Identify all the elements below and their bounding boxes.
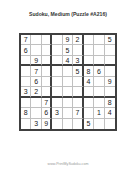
cell-r1c6: 2 (73, 35, 83, 45)
cell-r7c6 (73, 98, 83, 108)
cell-r8c6: 7 (73, 108, 83, 118)
cell-r9c5 (63, 119, 73, 129)
cell-r1c3 (42, 35, 52, 45)
cell-r9c4 (52, 119, 62, 129)
cell-r2c5: 5 (63, 45, 73, 55)
cell-r5c1 (21, 77, 31, 87)
cell-r8c7 (84, 108, 94, 118)
cell-r7c9: 8 (105, 98, 115, 108)
cell-r6c8 (94, 87, 104, 97)
cell-r5c9: 9 (105, 77, 115, 87)
cell-r9c3: 9 (42, 119, 52, 129)
cell-r1c4 (52, 35, 62, 45)
cell-r4c8: 6 (94, 66, 104, 76)
cell-r5c7: 4 (84, 77, 94, 87)
cell-r9c9 (105, 119, 115, 129)
cell-r7c7 (84, 98, 94, 108)
footer-url: www.PrintMySudoku.com (27, 162, 109, 166)
cell-r4c7: 8 (84, 66, 94, 76)
cell-r6c6 (73, 87, 83, 97)
cell-r1c8 (94, 35, 104, 45)
cell-r8c8: 1 (94, 108, 104, 118)
cell-r5c5 (63, 77, 73, 87)
cell-r4c9 (105, 66, 115, 76)
cell-r4c5 (63, 66, 73, 76)
cell-r4c2: 7 (31, 66, 41, 76)
cell-r4c6: 5 (73, 66, 83, 76)
cell-r7c2 (31, 98, 41, 108)
cell-r9c8 (94, 119, 104, 129)
cell-r3c6: 3 (73, 56, 83, 66)
cell-r8c2 (31, 108, 41, 118)
cell-r8c9: 4 (105, 108, 115, 118)
cell-r2c3 (42, 45, 52, 55)
cell-r1c7 (84, 35, 94, 45)
cell-r8c3: 6 (42, 108, 52, 118)
cell-r6c9 (105, 87, 115, 97)
cell-r9c6 (73, 119, 83, 129)
cell-r2c7 (84, 45, 94, 55)
cell-r9c7: 5 (84, 119, 94, 129)
cell-r3c2: 9 (31, 56, 41, 66)
cell-r3c8 (94, 56, 104, 66)
cell-r3c5: 4 (63, 56, 73, 66)
cell-r4c4 (52, 66, 62, 76)
cell-r7c3: 7 (42, 98, 52, 108)
sudoku-page: Sudoku, Medium (Puzzle #A216) 7925659437… (0, 0, 136, 176)
cell-r5c4 (52, 77, 62, 87)
cell-r2c2 (31, 45, 41, 55)
cell-r2c1: 6 (21, 45, 31, 55)
cell-r2c6 (73, 45, 83, 55)
cell-r6c3 (42, 87, 52, 97)
cell-r5c2: 6 (31, 77, 41, 87)
cell-r6c2: 2 (31, 87, 41, 97)
cell-r9c1 (21, 119, 31, 129)
cell-r7c4 (52, 98, 62, 108)
cell-r3c3 (42, 56, 52, 66)
cell-r3c7 (84, 56, 94, 66)
cell-r3c1 (21, 56, 31, 66)
cell-r6c4 (52, 87, 62, 97)
cell-r5c8 (94, 77, 104, 87)
cell-r1c5: 9 (63, 35, 73, 45)
sudoku-board: 79256594375866493278863714395 (19, 33, 117, 131)
cell-r6c5 (63, 87, 73, 97)
cell-r1c9: 5 (105, 35, 115, 45)
cell-r3c4 (52, 56, 62, 66)
cell-r4c3 (42, 66, 52, 76)
cell-r8c1: 8 (21, 108, 31, 118)
cell-r6c1: 3 (21, 87, 31, 97)
cell-r1c2 (31, 35, 41, 45)
cell-r1c1: 7 (21, 35, 31, 45)
cell-r8c4: 3 (52, 108, 62, 118)
cell-r4c1 (21, 66, 31, 76)
cell-r6c7 (84, 87, 94, 97)
cell-r2c8 (94, 45, 104, 55)
cell-r5c3 (42, 77, 52, 87)
cell-r7c1 (21, 98, 31, 108)
cell-r2c4 (52, 45, 62, 55)
cell-r8c5 (63, 108, 73, 118)
cell-r2c9 (105, 45, 115, 55)
cell-r7c5 (63, 98, 73, 108)
cell-r9c2: 3 (31, 119, 41, 129)
cell-r3c9 (105, 56, 115, 66)
page-title: Sudoku, Medium (Puzzle #A216) (10, 11, 126, 16)
cell-r5c6 (73, 77, 83, 87)
cell-r7c8 (94, 98, 104, 108)
